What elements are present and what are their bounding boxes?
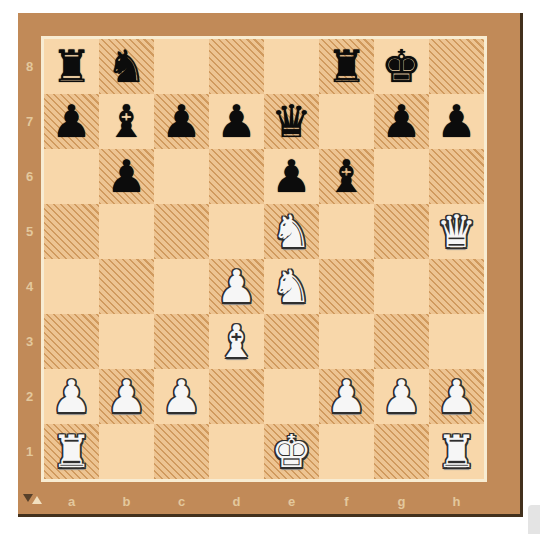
piece-white-bishop-d3[interactable]: ♝ — [209, 314, 264, 369]
file-label-e: e — [264, 487, 319, 517]
square-d6[interactable] — [209, 149, 264, 204]
square-h2[interactable]: ♟ — [429, 369, 484, 424]
square-b5[interactable] — [99, 204, 154, 259]
square-b6[interactable]: ♟ — [99, 149, 154, 204]
file-label-c: c — [154, 487, 209, 517]
square-h5[interactable]: ♛ — [429, 204, 484, 259]
piece-black-pawn-g7[interactable]: ♟ — [374, 94, 429, 149]
rank-label-2: 2 — [18, 369, 41, 424]
piece-white-knight-e4[interactable]: ♞ — [264, 259, 319, 314]
piece-black-pawn-c7[interactable]: ♟ — [154, 94, 209, 149]
square-h1[interactable]: ♜ — [429, 424, 484, 479]
square-g7[interactable]: ♟ — [374, 94, 429, 149]
piece-black-rook-f8[interactable]: ♜ — [319, 39, 374, 94]
piece-black-queen-e7[interactable]: ♛ — [264, 94, 319, 149]
board-frame: ♜♞♜♚♟♝♟♟♛♟♟♟♟♝♞♛♟♞♝♟♟♟♟♟♟♜♚♜ 87654321 ab… — [18, 13, 523, 517]
square-h7[interactable]: ♟ — [429, 94, 484, 149]
rank-label-5: 5 — [18, 204, 41, 259]
file-label-h: h — [429, 487, 484, 517]
square-g5[interactable] — [374, 204, 429, 259]
piece-black-pawn-b6[interactable]: ♟ — [99, 149, 154, 204]
square-a5[interactable] — [44, 204, 99, 259]
square-h3[interactable] — [429, 314, 484, 369]
piece-white-pawn-f2[interactable]: ♟ — [319, 369, 374, 424]
square-a2[interactable]: ♟ — [44, 369, 99, 424]
square-f5[interactable] — [319, 204, 374, 259]
piece-white-rook-h1[interactable]: ♜ — [429, 424, 484, 479]
square-d7[interactable]: ♟ — [209, 94, 264, 149]
rank-label-7: 7 — [18, 94, 41, 149]
piece-black-rook-a8[interactable]: ♜ — [44, 39, 99, 94]
piece-black-bishop-b7[interactable]: ♝ — [99, 94, 154, 149]
square-a7[interactable]: ♟ — [44, 94, 99, 149]
file-label-d: d — [209, 487, 264, 517]
rank-label-1: 1 — [18, 424, 41, 479]
square-b2[interactable]: ♟ — [99, 369, 154, 424]
piece-black-pawn-a7[interactable]: ♟ — [44, 94, 99, 149]
square-f7[interactable] — [319, 94, 374, 149]
rank-label-6: 6 — [18, 149, 41, 204]
piece-black-knight-b8[interactable]: ♞ — [99, 39, 154, 94]
square-f1[interactable] — [319, 424, 374, 479]
square-d5[interactable] — [209, 204, 264, 259]
square-e7[interactable]: ♛ — [264, 94, 319, 149]
flip-board-icon[interactable] — [23, 492, 45, 506]
rank-label-4: 4 — [18, 259, 41, 314]
square-d3[interactable]: ♝ — [209, 314, 264, 369]
square-c7[interactable]: ♟ — [154, 94, 209, 149]
square-f2[interactable]: ♟ — [319, 369, 374, 424]
square-c5[interactable] — [154, 204, 209, 259]
board-grid: ♜♞♜♚♟♝♟♟♛♟♟♟♟♝♞♛♟♞♝♟♟♟♟♟♟♜♚♜ — [44, 39, 484, 479]
square-e1[interactable]: ♚ — [264, 424, 319, 479]
square-c2[interactable]: ♟ — [154, 369, 209, 424]
square-c3[interactable] — [154, 314, 209, 369]
square-d1[interactable] — [209, 424, 264, 479]
square-c6[interactable] — [154, 149, 209, 204]
square-a8[interactable]: ♜ — [44, 39, 99, 94]
piece-black-pawn-e6[interactable]: ♟ — [264, 149, 319, 204]
square-c1[interactable] — [154, 424, 209, 479]
piece-black-bishop-f6[interactable]: ♝ — [319, 149, 374, 204]
rank-label-3: 3 — [18, 314, 41, 369]
piece-white-queen-h5[interactable]: ♛ — [429, 204, 484, 259]
square-g6[interactable] — [374, 149, 429, 204]
square-e3[interactable] — [264, 314, 319, 369]
piece-white-knight-e5[interactable]: ♞ — [264, 204, 319, 259]
square-f3[interactable] — [319, 314, 374, 369]
piece-white-pawn-h2[interactable]: ♟ — [429, 369, 484, 424]
square-e2[interactable] — [264, 369, 319, 424]
square-e8[interactable] — [264, 39, 319, 94]
piece-white-pawn-a2[interactable]: ♟ — [44, 369, 99, 424]
piece-white-pawn-g2[interactable]: ♟ — [374, 369, 429, 424]
piece-white-pawn-c2[interactable]: ♟ — [154, 369, 209, 424]
piece-white-pawn-b2[interactable]: ♟ — [99, 369, 154, 424]
board-outline: ♜♞♜♚♟♝♟♟♛♟♟♟♟♝♞♛♟♞♝♟♟♟♟♟♟♜♚♜ — [41, 36, 487, 482]
square-e4[interactable]: ♞ — [264, 259, 319, 314]
square-b4[interactable] — [99, 259, 154, 314]
piece-white-king-e1[interactable]: ♚ — [264, 424, 319, 479]
square-f4[interactable] — [319, 259, 374, 314]
square-g1[interactable] — [374, 424, 429, 479]
square-f8[interactable]: ♜ — [319, 39, 374, 94]
page: ♜♞♜♚♟♝♟♟♛♟♟♟♟♝♞♛♟♞♝♟♟♟♟♟♟♜♚♜ 87654321 ab… — [0, 0, 540, 534]
square-e6[interactable]: ♟ — [264, 149, 319, 204]
square-b7[interactable]: ♝ — [99, 94, 154, 149]
piece-white-rook-a1[interactable]: ♜ — [44, 424, 99, 479]
file-label-a: a — [44, 487, 99, 517]
piece-black-king-g8[interactable]: ♚ — [374, 39, 429, 94]
square-g2[interactable]: ♟ — [374, 369, 429, 424]
square-f6[interactable]: ♝ — [319, 149, 374, 204]
file-label-f: f — [319, 487, 374, 517]
square-a6[interactable] — [44, 149, 99, 204]
piece-black-pawn-d7[interactable]: ♟ — [209, 94, 264, 149]
scrollbar-fragment[interactable] — [528, 505, 540, 534]
square-g8[interactable]: ♚ — [374, 39, 429, 94]
square-e5[interactable]: ♞ — [264, 204, 319, 259]
file-label-g: g — [374, 487, 429, 517]
rank-label-8: 8 — [18, 39, 41, 94]
square-c4[interactable] — [154, 259, 209, 314]
square-b1[interactable] — [99, 424, 154, 479]
square-d8[interactable] — [209, 39, 264, 94]
piece-white-pawn-d4[interactable]: ♟ — [209, 259, 264, 314]
square-g3[interactable] — [374, 314, 429, 369]
square-h8[interactable] — [429, 39, 484, 94]
square-b8[interactable]: ♞ — [99, 39, 154, 94]
square-a1[interactable]: ♜ — [44, 424, 99, 479]
piece-black-pawn-h7[interactable]: ♟ — [429, 94, 484, 149]
square-h6[interactable] — [429, 149, 484, 204]
square-a3[interactable] — [44, 314, 99, 369]
triangle-up-icon — [32, 496, 42, 504]
square-d4[interactable]: ♟ — [209, 259, 264, 314]
square-b3[interactable] — [99, 314, 154, 369]
square-d2[interactable] — [209, 369, 264, 424]
square-c8[interactable] — [154, 39, 209, 94]
file-label-b: b — [99, 487, 154, 517]
square-h4[interactable] — [429, 259, 484, 314]
square-a4[interactable] — [44, 259, 99, 314]
square-g4[interactable] — [374, 259, 429, 314]
